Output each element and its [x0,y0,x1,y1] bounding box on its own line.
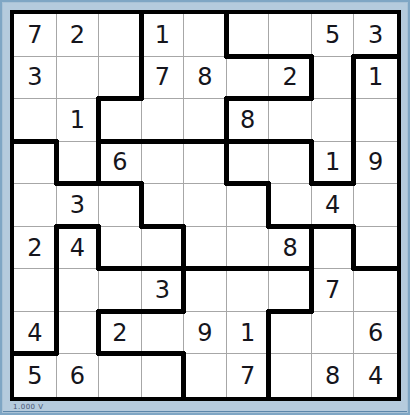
puzzle-page: 72153378211861934248374291656784 1.000 V [0,0,410,415]
cell-r6c5[interactable] [184,227,227,270]
cell-r1c3[interactable] [99,14,142,57]
cell-r5c3[interactable] [99,184,142,227]
cell-r9c7[interactable] [269,354,312,397]
cell-r1c1[interactable]: 7 [14,14,57,57]
cell-r5c4[interactable] [142,184,185,227]
cell-r3c8[interactable] [312,99,355,142]
cell-r6c2[interactable]: 4 [57,227,100,270]
cell-r7c1[interactable] [14,269,57,312]
cell-r4c3[interactable]: 6 [99,142,142,185]
cell-r3c1[interactable] [14,99,57,142]
sudoku-board: 72153378211861934248374291656784 [10,10,401,401]
cell-r1c9[interactable]: 3 [354,14,397,57]
cell-r9c4[interactable] [142,354,185,397]
cell-r9c9[interactable]: 4 [354,354,397,397]
cell-r5c6[interactable] [227,184,270,227]
cell-r5c7[interactable] [269,184,312,227]
cell-r6c9[interactable] [354,227,397,270]
cell-r4c7[interactable] [269,142,312,185]
cell-r7c3[interactable] [99,269,142,312]
cell-r1c7[interactable] [269,14,312,57]
cell-r7c5[interactable] [184,269,227,312]
cell-r2c8[interactable] [312,57,355,100]
cell-r4c9[interactable]: 9 [354,142,397,185]
footer-text: 1.000 V [13,403,44,411]
cell-r4c8[interactable]: 1 [312,142,355,185]
cell-r2c1[interactable]: 3 [14,57,57,100]
cell-r8c1[interactable]: 4 [14,312,57,355]
cell-r3c7[interactable] [269,99,312,142]
cell-r4c4[interactable] [142,142,185,185]
cell-r9c8[interactable]: 8 [312,354,355,397]
cell-r1c2[interactable]: 2 [57,14,100,57]
cell-r7c7[interactable] [269,269,312,312]
cell-r8c3[interactable]: 2 [99,312,142,355]
cell-r5c8[interactable]: 4 [312,184,355,227]
cell-r8c7[interactable] [269,312,312,355]
cell-r5c9[interactable] [354,184,397,227]
cell-r6c3[interactable] [99,227,142,270]
cell-r5c2[interactable]: 3 [57,184,100,227]
cell-r8c4[interactable] [142,312,185,355]
cell-r1c8[interactable]: 5 [312,14,355,57]
cell-r9c5[interactable] [184,354,227,397]
cell-r1c5[interactable] [184,14,227,57]
cell-r9c6[interactable]: 7 [227,354,270,397]
cell-r7c6[interactable] [227,269,270,312]
cell-r6c1[interactable]: 2 [14,227,57,270]
cell-r4c6[interactable] [227,142,270,185]
cell-r8c5[interactable]: 9 [184,312,227,355]
cell-r9c2[interactable]: 6 [57,354,100,397]
cell-r1c4[interactable]: 1 [142,14,185,57]
cell-r4c1[interactable] [14,142,57,185]
cell-r6c4[interactable] [142,227,185,270]
cell-r8c9[interactable]: 6 [354,312,397,355]
cell-r7c2[interactable] [57,269,100,312]
cell-r5c5[interactable] [184,184,227,227]
cell-r9c3[interactable] [99,354,142,397]
cell-r3c6[interactable]: 8 [227,99,270,142]
cell-r6c8[interactable] [312,227,355,270]
cell-r5c1[interactable] [14,184,57,227]
cell-r9c1[interactable]: 5 [14,354,57,397]
cell-r2c6[interactable] [227,57,270,100]
cell-r2c2[interactable] [57,57,100,100]
cell-r2c4[interactable]: 7 [142,57,185,100]
cell-r4c5[interactable] [184,142,227,185]
cell-r7c8[interactable]: 7 [312,269,355,312]
cell-r1c6[interactable] [227,14,270,57]
cell-r8c2[interactable] [57,312,100,355]
cell-r3c3[interactable] [99,99,142,142]
cell-r3c9[interactable] [354,99,397,142]
cell-r2c9[interactable]: 1 [354,57,397,100]
cell-r2c7[interactable]: 2 [269,57,312,100]
cell-r3c5[interactable] [184,99,227,142]
cell-r6c6[interactable] [227,227,270,270]
cell-r8c6[interactable]: 1 [227,312,270,355]
cell-r2c3[interactable] [99,57,142,100]
cell-r3c4[interactable] [142,99,185,142]
cell-r6c7[interactable]: 8 [269,227,312,270]
cell-r2c5[interactable]: 8 [184,57,227,100]
cell-r4c2[interactable] [57,142,100,185]
cell-r8c8[interactable] [312,312,355,355]
cell-r7c4[interactable]: 3 [142,269,185,312]
cell-r7c9[interactable] [354,269,397,312]
cell-r3c2[interactable]: 1 [57,99,100,142]
